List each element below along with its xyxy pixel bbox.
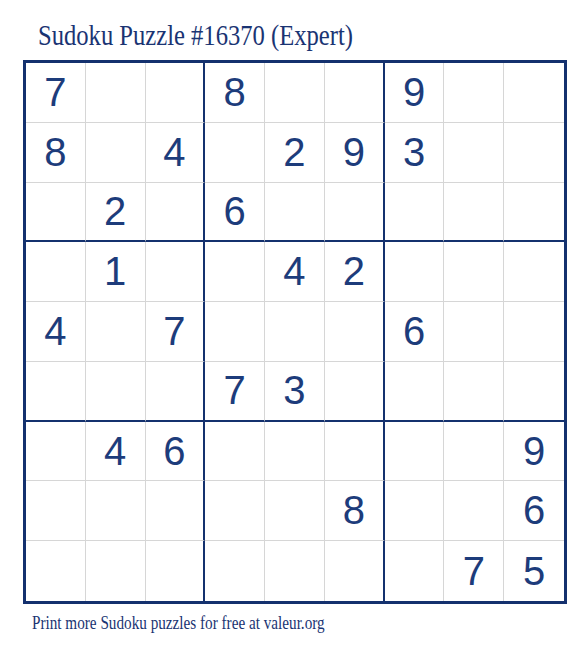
cell-r6c2[interactable] <box>86 362 146 422</box>
cell-r3c4[interactable]: 6 <box>205 183 265 243</box>
cell-r4c7[interactable] <box>385 242 445 302</box>
cell-r9c3[interactable] <box>146 541 206 601</box>
cell-r3c5[interactable] <box>265 183 325 243</box>
cell-r7c9[interactable]: 9 <box>504 422 564 482</box>
cell-r5c8[interactable] <box>444 302 504 362</box>
cell-r7c4[interactable] <box>205 422 265 482</box>
cell-r9c7[interactable] <box>385 541 445 601</box>
cell-r5c2[interactable] <box>86 302 146 362</box>
cell-r4c3[interactable] <box>146 242 206 302</box>
cell-r7c8[interactable] <box>444 422 504 482</box>
cell-r2c2[interactable] <box>86 123 146 183</box>
cell-r4c4[interactable] <box>205 242 265 302</box>
sudoku-board: 7898429326142476734698675 <box>23 60 567 604</box>
cell-r4c2[interactable]: 1 <box>86 242 146 302</box>
cell-r6c1[interactable] <box>26 362 86 422</box>
cell-r6c5[interactable]: 3 <box>265 362 325 422</box>
cell-r1c2[interactable] <box>86 63 146 123</box>
cell-r9c2[interactable] <box>86 541 146 601</box>
cell-r5c1[interactable]: 4 <box>26 302 86 362</box>
cell-r3c9[interactable] <box>504 183 564 243</box>
cell-r5c5[interactable] <box>265 302 325 362</box>
cell-r6c7[interactable] <box>385 362 445 422</box>
cell-r6c8[interactable] <box>444 362 504 422</box>
cell-r1c4[interactable]: 8 <box>205 63 265 123</box>
cell-r3c2[interactable]: 2 <box>86 183 146 243</box>
cell-r8c4[interactable] <box>205 481 265 541</box>
cell-r8c1[interactable] <box>26 481 86 541</box>
cell-r1c7[interactable]: 9 <box>385 63 445 123</box>
cell-r3c1[interactable] <box>26 183 86 243</box>
cell-r5c9[interactable] <box>504 302 564 362</box>
cell-r5c6[interactable] <box>325 302 385 362</box>
cell-r2c1[interactable]: 8 <box>26 123 86 183</box>
cell-r7c1[interactable] <box>26 422 86 482</box>
cell-r6c6[interactable] <box>325 362 385 422</box>
cell-r2c5[interactable]: 2 <box>265 123 325 183</box>
cell-r7c2[interactable]: 4 <box>86 422 146 482</box>
cell-r4c1[interactable] <box>26 242 86 302</box>
cell-r1c1[interactable]: 7 <box>26 63 86 123</box>
cell-r9c5[interactable] <box>265 541 325 601</box>
cell-r4c8[interactable] <box>444 242 504 302</box>
cell-r9c1[interactable] <box>26 541 86 601</box>
cell-r9c6[interactable] <box>325 541 385 601</box>
cell-r3c8[interactable] <box>444 183 504 243</box>
cell-r4c5[interactable]: 4 <box>265 242 325 302</box>
cell-r3c3[interactable] <box>146 183 206 243</box>
cell-r7c5[interactable] <box>265 422 325 482</box>
cell-r6c9[interactable] <box>504 362 564 422</box>
cell-r4c9[interactable] <box>504 242 564 302</box>
cell-r9c8[interactable]: 7 <box>444 541 504 601</box>
cell-r8c9[interactable]: 6 <box>504 481 564 541</box>
cell-r1c8[interactable] <box>444 63 504 123</box>
cell-r7c7[interactable] <box>385 422 445 482</box>
cell-r3c7[interactable] <box>385 183 445 243</box>
cell-r8c2[interactable] <box>86 481 146 541</box>
cell-r1c6[interactable] <box>325 63 385 123</box>
cell-r2c9[interactable] <box>504 123 564 183</box>
cell-r8c7[interactable] <box>385 481 445 541</box>
cell-r6c3[interactable] <box>146 362 206 422</box>
cell-r7c6[interactable] <box>325 422 385 482</box>
page-title: Sudoku Puzzle #16370 (Expert) <box>38 16 353 54</box>
cell-r2c7[interactable]: 3 <box>385 123 445 183</box>
cell-r1c9[interactable] <box>504 63 564 123</box>
cell-r5c7[interactable]: 6 <box>385 302 445 362</box>
cell-r2c4[interactable] <box>205 123 265 183</box>
cell-r4c6[interactable]: 2 <box>325 242 385 302</box>
cell-r5c3[interactable]: 7 <box>146 302 206 362</box>
cell-r6c4[interactable]: 7 <box>205 362 265 422</box>
cell-r2c3[interactable]: 4 <box>146 123 206 183</box>
cell-r7c3[interactable]: 6 <box>146 422 206 482</box>
cell-r5c4[interactable] <box>205 302 265 362</box>
cell-r9c9[interactable]: 5 <box>504 541 564 601</box>
footer-text: Print more Sudoku puzzles for free at va… <box>32 611 325 635</box>
cell-r8c3[interactable] <box>146 481 206 541</box>
cell-r3c6[interactable] <box>325 183 385 243</box>
cell-r8c8[interactable] <box>444 481 504 541</box>
cell-r8c6[interactable]: 8 <box>325 481 385 541</box>
cell-r2c8[interactable] <box>444 123 504 183</box>
cell-r1c5[interactable] <box>265 63 325 123</box>
cell-r8c5[interactable] <box>265 481 325 541</box>
cell-r2c6[interactable]: 9 <box>325 123 385 183</box>
cell-r1c3[interactable] <box>146 63 206 123</box>
cell-r9c4[interactable] <box>205 541 265 601</box>
